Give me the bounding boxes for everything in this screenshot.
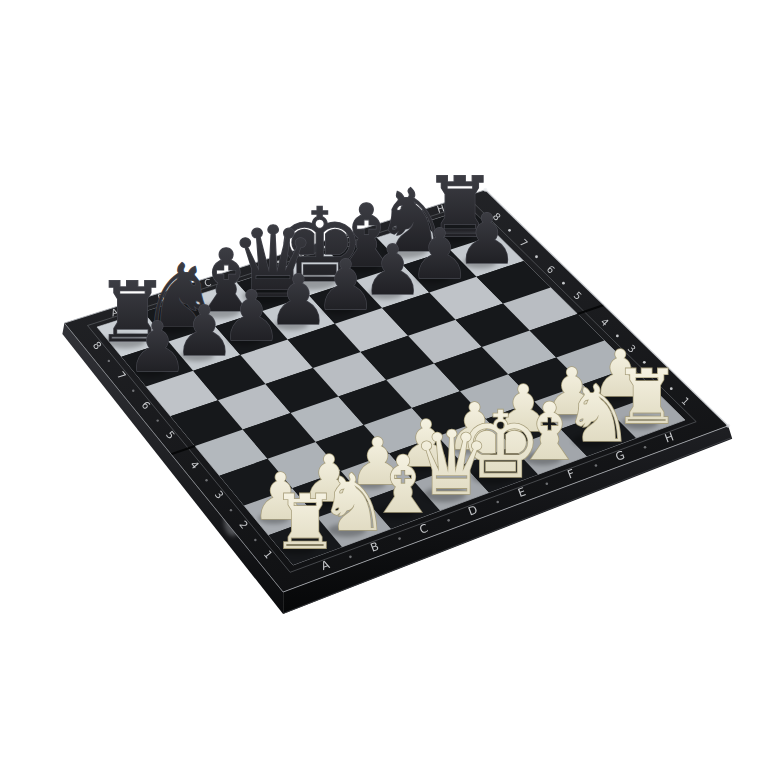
piece-black-pawn-a7[interactable]: ♟ [126,307,188,387]
corner-glint-right [726,424,730,428]
product-photo-background: AA88BB77CC66DD55EE44FF33GG22HH11♜♞♟♝♟♚♟♛… [0,0,778,778]
piece-white-rook-a1[interactable]: ♜ [272,478,339,566]
chess-board: AA88BB77CC66DD55EE44FF33GG22HH11♜♞♟♝♟♚♟♛… [0,0,778,778]
